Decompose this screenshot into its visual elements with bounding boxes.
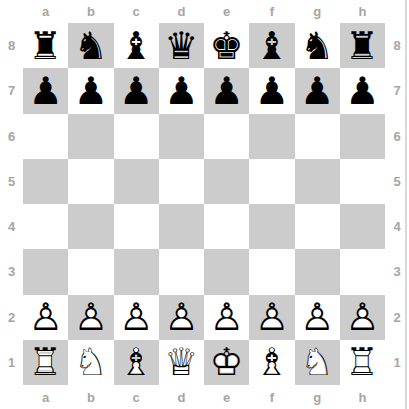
board-corner bbox=[0, 0, 23, 23]
square-g5[interactable] bbox=[295, 159, 340, 204]
piece-black-queen[interactable]: ♛ bbox=[159, 23, 204, 68]
rank-label-left-3: 3 bbox=[0, 249, 23, 294]
file-label-top-c: c bbox=[114, 0, 159, 23]
file-label-top-g: g bbox=[295, 0, 340, 23]
chess-board-panel: abcdefgh8♜♞♝♛♚♝♞♜87♟♟♟♟♟♟♟♟7665544332♟♙♟… bbox=[0, 0, 409, 409]
square-d7[interactable]: ♟ bbox=[159, 68, 204, 113]
file-label-bottom-f: f bbox=[249, 385, 294, 409]
square-e1[interactable]: ♚♔ bbox=[204, 340, 249, 385]
square-d3[interactable] bbox=[159, 249, 204, 294]
piece-white-king[interactable]: ♔ bbox=[204, 340, 249, 385]
piece-fill-white-pawn: ♟ bbox=[249, 295, 294, 340]
square-d1[interactable]: ♛♕ bbox=[159, 340, 204, 385]
file-label-bottom-e: e bbox=[204, 385, 249, 409]
piece-black-king[interactable]: ♚ bbox=[204, 23, 249, 68]
piece-white-pawn[interactable]: ♙ bbox=[114, 295, 159, 340]
square-b7[interactable]: ♟ bbox=[68, 68, 113, 113]
square-b1[interactable]: ♞♘ bbox=[68, 340, 113, 385]
square-f1[interactable]: ♝♗ bbox=[249, 340, 294, 385]
square-f4[interactable] bbox=[249, 204, 294, 249]
file-label-bottom-h: h bbox=[340, 385, 385, 409]
square-b3[interactable] bbox=[68, 249, 113, 294]
piece-fill-white-pawn: ♟ bbox=[23, 295, 68, 340]
rank-label-left-4: 4 bbox=[0, 204, 23, 249]
square-c7[interactable]: ♟ bbox=[114, 68, 159, 113]
square-h4[interactable] bbox=[340, 204, 385, 249]
square-e8[interactable]: ♚ bbox=[204, 23, 249, 68]
piece-black-pawn[interactable]: ♟ bbox=[340, 68, 385, 113]
square-a1[interactable]: ♜♖ bbox=[23, 340, 68, 385]
piece-fill-white-pawn: ♟ bbox=[340, 295, 385, 340]
square-f3[interactable] bbox=[249, 249, 294, 294]
piece-white-rook[interactable]: ♖ bbox=[340, 340, 385, 385]
piece-white-pawn[interactable]: ♙ bbox=[295, 295, 340, 340]
square-a3[interactable] bbox=[23, 249, 68, 294]
file-label-top-h: h bbox=[340, 0, 385, 23]
file-label-top-d: d bbox=[159, 0, 204, 23]
piece-fill-white-pawn: ♟ bbox=[68, 295, 113, 340]
square-g8[interactable]: ♞ bbox=[295, 23, 340, 68]
piece-black-bishop[interactable]: ♝ bbox=[249, 23, 294, 68]
square-f6[interactable] bbox=[249, 114, 294, 159]
square-g4[interactable] bbox=[295, 204, 340, 249]
rank-label-left-7: 7 bbox=[0, 68, 23, 113]
square-e5[interactable] bbox=[204, 159, 249, 204]
square-g2[interactable]: ♟♙ bbox=[295, 295, 340, 340]
square-f2[interactable]: ♟♙ bbox=[249, 295, 294, 340]
piece-black-pawn[interactable]: ♟ bbox=[68, 68, 113, 113]
piece-fill-white-pawn: ♟ bbox=[295, 295, 340, 340]
piece-fill-white-pawn: ♟ bbox=[204, 295, 249, 340]
square-d8[interactable]: ♛ bbox=[159, 23, 204, 68]
square-e7[interactable]: ♟ bbox=[204, 68, 249, 113]
file-label-top-f: f bbox=[249, 0, 294, 23]
square-f7[interactable]: ♟ bbox=[249, 68, 294, 113]
file-label-bottom-b: b bbox=[68, 385, 113, 409]
square-h7[interactable]: ♟ bbox=[340, 68, 385, 113]
piece-black-knight[interactable]: ♞ bbox=[68, 23, 113, 68]
square-e2[interactable]: ♟♙ bbox=[204, 295, 249, 340]
piece-black-pawn[interactable]: ♟ bbox=[249, 68, 294, 113]
piece-white-pawn[interactable]: ♙ bbox=[249, 295, 294, 340]
square-h1[interactable]: ♜♖ bbox=[340, 340, 385, 385]
piece-fill-white-rook: ♜ bbox=[23, 340, 68, 385]
piece-fill-white-knight: ♞ bbox=[295, 340, 340, 385]
piece-white-rook[interactable]: ♖ bbox=[23, 340, 68, 385]
file-label-top-e: e bbox=[204, 0, 249, 23]
square-a4[interactable] bbox=[23, 204, 68, 249]
piece-black-knight[interactable]: ♞ bbox=[295, 23, 340, 68]
piece-white-pawn[interactable]: ♙ bbox=[204, 295, 249, 340]
panel-divider bbox=[405, 0, 407, 409]
piece-white-queen[interactable]: ♕ bbox=[159, 340, 204, 385]
piece-fill-white-queen: ♛ bbox=[159, 340, 204, 385]
file-label-bottom-g: g bbox=[295, 385, 340, 409]
square-c8[interactable]: ♝ bbox=[114, 23, 159, 68]
rank-label-left-1: 1 bbox=[0, 340, 23, 385]
square-f5[interactable] bbox=[249, 159, 294, 204]
square-b8[interactable]: ♞ bbox=[68, 23, 113, 68]
piece-fill-white-pawn: ♟ bbox=[159, 295, 204, 340]
square-c2[interactable]: ♟♙ bbox=[114, 295, 159, 340]
piece-black-pawn[interactable]: ♟ bbox=[204, 68, 249, 113]
board-corner bbox=[0, 385, 23, 409]
square-c4[interactable] bbox=[114, 204, 159, 249]
file-label-top-a: a bbox=[23, 0, 68, 23]
square-d2[interactable]: ♟♙ bbox=[159, 295, 204, 340]
piece-fill-white-king: ♚ bbox=[204, 340, 249, 385]
square-d5[interactable] bbox=[159, 159, 204, 204]
square-b5[interactable] bbox=[68, 159, 113, 204]
file-label-bottom-a: a bbox=[23, 385, 68, 409]
square-g3[interactable] bbox=[295, 249, 340, 294]
square-a6[interactable] bbox=[23, 114, 68, 159]
square-h5[interactable] bbox=[340, 159, 385, 204]
square-h3[interactable] bbox=[340, 249, 385, 294]
piece-black-pawn[interactable]: ♟ bbox=[295, 68, 340, 113]
square-e3[interactable] bbox=[204, 249, 249, 294]
piece-black-pawn[interactable]: ♟ bbox=[114, 68, 159, 113]
file-label-bottom-c: c bbox=[114, 385, 159, 409]
piece-white-bishop[interactable]: ♗ bbox=[114, 340, 159, 385]
piece-fill-white-knight: ♞ bbox=[68, 340, 113, 385]
piece-white-knight[interactable]: ♘ bbox=[295, 340, 340, 385]
square-d4[interactable] bbox=[159, 204, 204, 249]
rank-label-left-8: 8 bbox=[0, 23, 23, 68]
rank-label-left-5: 5 bbox=[0, 159, 23, 204]
piece-black-pawn[interactable]: ♟ bbox=[159, 68, 204, 113]
piece-fill-white-bishop: ♝ bbox=[249, 340, 294, 385]
square-a8[interactable]: ♜ bbox=[23, 23, 68, 68]
square-c1[interactable]: ♝♗ bbox=[114, 340, 159, 385]
square-a7[interactable]: ♟ bbox=[23, 68, 68, 113]
piece-white-pawn[interactable]: ♙ bbox=[340, 295, 385, 340]
piece-black-rook[interactable]: ♜ bbox=[23, 23, 68, 68]
chess-board: abcdefgh8♜♞♝♛♚♝♞♜87♟♟♟♟♟♟♟♟7665544332♟♙♟… bbox=[0, 0, 409, 409]
square-g1[interactable]: ♞♘ bbox=[295, 340, 340, 385]
square-h8[interactable]: ♜ bbox=[340, 23, 385, 68]
square-h6[interactable] bbox=[340, 114, 385, 159]
square-e6[interactable] bbox=[204, 114, 249, 159]
piece-white-pawn[interactable]: ♙ bbox=[68, 295, 113, 340]
square-g7[interactable]: ♟ bbox=[295, 68, 340, 113]
square-g6[interactable] bbox=[295, 114, 340, 159]
square-b6[interactable] bbox=[68, 114, 113, 159]
square-b2[interactable]: ♟♙ bbox=[68, 295, 113, 340]
piece-black-bishop[interactable]: ♝ bbox=[114, 23, 159, 68]
square-c6[interactable] bbox=[114, 114, 159, 159]
square-h2[interactable]: ♟♙ bbox=[340, 295, 385, 340]
piece-fill-white-rook: ♜ bbox=[340, 340, 385, 385]
file-label-top-b: b bbox=[68, 0, 113, 23]
square-e4[interactable] bbox=[204, 204, 249, 249]
square-f8[interactable]: ♝ bbox=[249, 23, 294, 68]
piece-black-rook[interactable]: ♜ bbox=[340, 23, 385, 68]
rank-label-left-6: 6 bbox=[0, 114, 23, 159]
square-c3[interactable] bbox=[114, 249, 159, 294]
square-a2[interactable]: ♟♙ bbox=[23, 295, 68, 340]
piece-white-knight[interactable]: ♘ bbox=[68, 340, 113, 385]
file-label-bottom-d: d bbox=[159, 385, 204, 409]
piece-fill-white-pawn: ♟ bbox=[114, 295, 159, 340]
square-c5[interactable] bbox=[114, 159, 159, 204]
square-a5[interactable] bbox=[23, 159, 68, 204]
square-b4[interactable] bbox=[68, 204, 113, 249]
piece-black-pawn[interactable]: ♟ bbox=[23, 68, 68, 113]
piece-white-bishop[interactable]: ♗ bbox=[249, 340, 294, 385]
piece-white-pawn[interactable]: ♙ bbox=[159, 295, 204, 340]
square-d6[interactable] bbox=[159, 114, 204, 159]
piece-white-pawn[interactable]: ♙ bbox=[23, 295, 68, 340]
rank-label-left-2: 2 bbox=[0, 295, 23, 340]
piece-fill-white-bishop: ♝ bbox=[114, 340, 159, 385]
